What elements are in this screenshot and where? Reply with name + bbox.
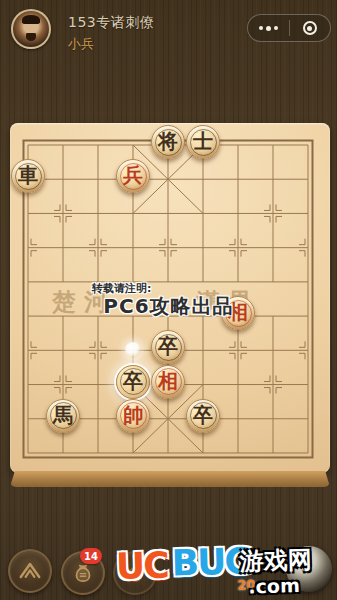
piece-character: 車 (18, 165, 38, 185)
watermark-brand: PC6攻略出品 (0, 293, 337, 320)
piece-character: 馬 (53, 405, 73, 425)
piece-character: 卒 (193, 405, 213, 425)
peak-icon (17, 558, 43, 584)
site-watermark-logo: UC BUG 20 游戏网 .com (115, 539, 334, 600)
logo-cn: 游戏网 (239, 548, 312, 574)
xiangqi-piece-black-将[interactable]: 将 (151, 125, 185, 159)
xiangqi-piece-black-馬[interactable]: 馬 (46, 399, 80, 433)
piece-character: 相 (158, 371, 178, 391)
xiangqi-piece-black-卒[interactable]: 卒 (116, 365, 150, 399)
app-screen: 153专诸刺僚 小兵 楚河 漢界 将士車兵相卒卒相馬帥卒 转载请注明: PC6攻… (0, 0, 337, 600)
xiangqi-piece-red-帥[interactable]: 帥 (116, 399, 150, 433)
piece-character: 兵 (123, 165, 143, 185)
xiangqi-piece-black-卒[interactable]: 卒 (186, 399, 220, 433)
piece-character: 将 (158, 131, 178, 151)
piece-character: 卒 (123, 371, 143, 391)
xiangqi-piece-red-相[interactable]: 相 (151, 365, 185, 399)
pouch-count-badge: 14 (80, 548, 102, 564)
menu-button[interactable] (8, 549, 52, 593)
logo-com: .com (248, 576, 300, 596)
xiangqi-piece-black-士[interactable]: 士 (186, 125, 220, 159)
xiangqi-piece-red-兵[interactable]: 兵 (116, 159, 150, 193)
piece-character: 帥 (123, 405, 143, 425)
xiangqi-piece-black-車[interactable]: 車 (11, 159, 45, 193)
piece-character: 卒 (158, 336, 178, 356)
piece-character: 士 (193, 131, 213, 151)
logo-uc: UC (115, 548, 168, 585)
